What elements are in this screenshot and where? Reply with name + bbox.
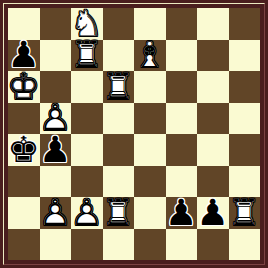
white-rook-glyph-fill: ♜: [228, 195, 260, 231]
white-pawn-piece[interactable]: ♟♙: [40, 103, 72, 135]
square-g6[interactable]: [197, 71, 229, 103]
board-frame: ♞♘♟♜♖♝♗♚♔♜♖♟♙♚♟♟♙♟♙♜♖♟♟♜♖: [0, 0, 268, 268]
square-f4[interactable]: [166, 134, 198, 166]
white-king-glyph-outline: ♔: [8, 69, 40, 105]
white-pawn-glyph-fill: ♟: [39, 100, 71, 136]
white-rook-glyph-fill: ♜: [71, 37, 103, 73]
square-d2[interactable]: ♜♖: [103, 197, 135, 229]
square-h3[interactable]: [229, 166, 261, 198]
square-e6[interactable]: [134, 71, 166, 103]
white-rook-glyph-outline: ♖: [71, 37, 103, 73]
white-bishop-piece[interactable]: ♝♗: [134, 40, 166, 72]
square-a5[interactable]: [8, 103, 40, 135]
black-king-piece[interactable]: ♚: [8, 134, 40, 166]
white-pawn-piece[interactable]: ♟♙: [71, 197, 103, 229]
square-c4[interactable]: [71, 134, 103, 166]
square-c5[interactable]: [71, 103, 103, 135]
square-a8[interactable]: [8, 8, 40, 40]
white-knight-glyph-fill: ♞: [71, 6, 103, 42]
square-g4[interactable]: [197, 134, 229, 166]
square-a7[interactable]: ♟: [8, 40, 40, 72]
square-c1[interactable]: [71, 229, 103, 261]
white-rook-piece[interactable]: ♜♖: [229, 197, 261, 229]
white-bishop-glyph-outline: ♗: [134, 37, 166, 73]
white-pawn-glyph-outline: ♙: [39, 195, 71, 231]
square-h8[interactable]: [229, 8, 261, 40]
square-c7[interactable]: ♜♖: [71, 40, 103, 72]
square-d3[interactable]: [103, 166, 135, 198]
square-f7[interactable]: [166, 40, 198, 72]
square-e8[interactable]: [134, 8, 166, 40]
board-frame-inner: ♞♘♟♜♖♝♗♚♔♜♖♟♙♚♟♟♙♟♙♜♖♟♟♜♖: [3, 3, 265, 265]
white-pawn-piece[interactable]: ♟♙: [40, 197, 72, 229]
square-f8[interactable]: [166, 8, 198, 40]
white-bishop-glyph-fill: ♝: [134, 37, 166, 73]
square-d7[interactable]: [103, 40, 135, 72]
square-e2[interactable]: [134, 197, 166, 229]
square-b4[interactable]: ♟: [40, 134, 72, 166]
square-f1[interactable]: [166, 229, 198, 261]
square-h7[interactable]: [229, 40, 261, 72]
square-b6[interactable]: [40, 71, 72, 103]
black-pawn-piece[interactable]: ♟: [8, 40, 40, 72]
black-pawn-piece[interactable]: ♟: [40, 134, 72, 166]
white-king-piece[interactable]: ♚♔: [8, 71, 40, 103]
white-pawn-glyph-outline: ♙: [39, 100, 71, 136]
square-f3[interactable]: [166, 166, 198, 198]
square-h5[interactable]: [229, 103, 261, 135]
square-h6[interactable]: [229, 71, 261, 103]
square-b3[interactable]: [40, 166, 72, 198]
square-h2[interactable]: ♜♖: [229, 197, 261, 229]
white-rook-glyph-fill: ♜: [102, 69, 134, 105]
square-b2[interactable]: ♟♙: [40, 197, 72, 229]
square-g7[interactable]: [197, 40, 229, 72]
white-rook-glyph-outline: ♖: [102, 69, 134, 105]
square-e7[interactable]: ♝♗: [134, 40, 166, 72]
square-c3[interactable]: [71, 166, 103, 198]
square-c8[interactable]: ♞♘: [71, 8, 103, 40]
square-g3[interactable]: [197, 166, 229, 198]
square-c2[interactable]: ♟♙: [71, 197, 103, 229]
square-g5[interactable]: [197, 103, 229, 135]
white-rook-glyph-outline: ♖: [102, 195, 134, 231]
square-f2[interactable]: ♟: [166, 197, 198, 229]
black-pawn-piece[interactable]: ♟: [166, 197, 198, 229]
square-a6[interactable]: ♚♔: [8, 71, 40, 103]
square-b7[interactable]: [40, 40, 72, 72]
square-f6[interactable]: [166, 71, 198, 103]
black-pawn-glyph: ♟: [8, 37, 40, 73]
chess-board: ♞♘♟♜♖♝♗♚♔♜♖♟♙♚♟♟♙♟♙♜♖♟♟♜♖: [8, 8, 260, 260]
black-pawn-glyph: ♟: [197, 195, 229, 231]
white-rook-piece[interactable]: ♜♖: [71, 40, 103, 72]
square-a2[interactable]: [8, 197, 40, 229]
white-rook-piece[interactable]: ♜♖: [103, 71, 135, 103]
white-rook-glyph-outline: ♖: [228, 195, 260, 231]
white-pawn-glyph-outline: ♙: [71, 195, 103, 231]
square-d6[interactable]: ♜♖: [103, 71, 135, 103]
square-f5[interactable]: [166, 103, 198, 135]
square-b5[interactable]: ♟♙: [40, 103, 72, 135]
black-pawn-glyph: ♟: [39, 132, 71, 168]
white-pawn-glyph-fill: ♟: [71, 195, 103, 231]
square-e1[interactable]: [134, 229, 166, 261]
square-d1[interactable]: [103, 229, 135, 261]
square-e5[interactable]: [134, 103, 166, 135]
square-d8[interactable]: [103, 8, 135, 40]
white-knight-piece[interactable]: ♞♘: [71, 8, 103, 40]
white-rook-glyph-fill: ♜: [102, 195, 134, 231]
square-g1[interactable]: [197, 229, 229, 261]
square-a3[interactable]: [8, 166, 40, 198]
square-a1[interactable]: [8, 229, 40, 261]
square-d5[interactable]: [103, 103, 135, 135]
square-a4[interactable]: ♚: [8, 134, 40, 166]
white-knight-glyph-outline: ♘: [71, 6, 103, 42]
square-h4[interactable]: [229, 134, 261, 166]
square-b8[interactable]: [40, 8, 72, 40]
square-e3[interactable]: [134, 166, 166, 198]
black-pawn-piece[interactable]: ♟: [197, 197, 229, 229]
square-h1[interactable]: [229, 229, 261, 261]
square-d4[interactable]: [103, 134, 135, 166]
square-g8[interactable]: [197, 8, 229, 40]
black-pawn-glyph: ♟: [165, 195, 197, 231]
white-pawn-glyph-fill: ♟: [39, 195, 71, 231]
black-king-glyph: ♚: [8, 132, 40, 168]
white-rook-piece[interactable]: ♜♖: [103, 197, 135, 229]
square-g2[interactable]: ♟: [197, 197, 229, 229]
square-e4[interactable]: [134, 134, 166, 166]
square-c6[interactable]: [71, 71, 103, 103]
square-b1[interactable]: [40, 229, 72, 261]
white-king-glyph-fill: ♚: [8, 69, 40, 105]
